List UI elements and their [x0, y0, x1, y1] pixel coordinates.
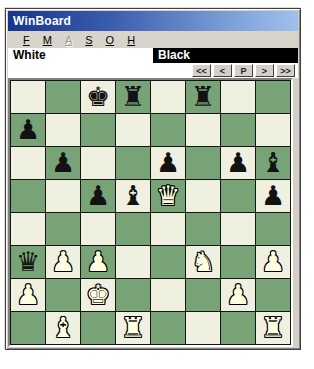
square-g2[interactable]: ♟: [221, 279, 255, 311]
square-d5[interactable]: ♝: [116, 180, 150, 212]
square-c8[interactable]: ♚: [81, 81, 115, 113]
piece-black-pawn[interactable]: ♟: [16, 116, 40, 144]
square-d3[interactable]: [116, 246, 150, 278]
square-a8[interactable]: [11, 81, 45, 113]
square-b8[interactable]: [46, 81, 80, 113]
piece-black-pawn[interactable]: ♟: [156, 149, 180, 177]
square-h1[interactable]: ♜: [256, 312, 290, 344]
nav-pause-button[interactable]: P: [234, 64, 253, 77]
square-b6[interactable]: ♟: [46, 147, 80, 179]
piece-white-pawn[interactable]: ♟: [16, 281, 40, 309]
square-h5[interactable]: ♟: [256, 180, 290, 212]
square-a1[interactable]: [11, 312, 45, 344]
square-e3[interactable]: [151, 246, 185, 278]
square-f6[interactable]: [186, 147, 220, 179]
piece-black-pawn[interactable]: ♟: [261, 182, 285, 210]
nav-rewind-button[interactable]: <<: [192, 64, 211, 77]
square-c5[interactable]: ♟: [81, 180, 115, 212]
square-d8[interactable]: ♜: [116, 81, 150, 113]
square-a5[interactable]: [11, 180, 45, 212]
square-b5[interactable]: [46, 180, 80, 212]
piece-white-pawn[interactable]: ♟: [261, 248, 285, 276]
square-e1[interactable]: [151, 312, 185, 344]
piece-black-rook[interactable]: ♜: [121, 83, 145, 111]
piece-white-rook[interactable]: ♜: [121, 314, 145, 342]
square-e4[interactable]: [151, 213, 185, 245]
white-player-label: White: [8, 48, 153, 63]
menu-item-file[interactable]: F: [23, 34, 30, 46]
square-a3[interactable]: ♛: [11, 246, 45, 278]
square-a2[interactable]: ♟: [11, 279, 45, 311]
square-d2[interactable]: [116, 279, 150, 311]
square-e7[interactable]: [151, 114, 185, 146]
square-g3[interactable]: [221, 246, 255, 278]
menu-item-options[interactable]: O: [106, 34, 115, 46]
square-g4[interactable]: [221, 213, 255, 245]
winboard-window: WinBoard F M A S O H White Black << < P …: [5, 8, 301, 350]
window-title: WinBoard: [13, 14, 71, 28]
title-bar[interactable]: WinBoard: [8, 11, 298, 31]
square-e5[interactable]: ♛: [151, 180, 185, 212]
piece-white-pawn[interactable]: ♟: [86, 248, 110, 276]
square-d7[interactable]: [116, 114, 150, 146]
nav-strip: << < P > >>: [8, 63, 298, 78]
piece-black-pawn[interactable]: ♟: [226, 149, 250, 177]
piece-black-pawn[interactable]: ♟: [51, 149, 75, 177]
square-c7[interactable]: [81, 114, 115, 146]
square-g6[interactable]: ♟: [221, 147, 255, 179]
square-d1[interactable]: ♜: [116, 312, 150, 344]
square-h7[interactable]: [256, 114, 290, 146]
square-e2[interactable]: [151, 279, 185, 311]
menu-bar: F M A S O H: [8, 31, 298, 48]
piece-white-pawn[interactable]: ♟: [51, 248, 75, 276]
square-f3[interactable]: ♞: [186, 246, 220, 278]
piece-black-queen[interactable]: ♛: [16, 248, 40, 276]
square-g8[interactable]: [221, 81, 255, 113]
square-h8[interactable]: [256, 81, 290, 113]
square-f7[interactable]: [186, 114, 220, 146]
square-b3[interactable]: ♟: [46, 246, 80, 278]
square-f5[interactable]: [186, 180, 220, 212]
nav-back-button[interactable]: <: [213, 64, 232, 77]
square-a6[interactable]: [11, 147, 45, 179]
square-e6[interactable]: ♟: [151, 147, 185, 179]
piece-black-bishop[interactable]: ♝: [121, 182, 145, 210]
square-d4[interactable]: [116, 213, 150, 245]
square-g7[interactable]: [221, 114, 255, 146]
square-a7[interactable]: ♟: [11, 114, 45, 146]
square-h4[interactable]: [256, 213, 290, 245]
square-g1[interactable]: [221, 312, 255, 344]
square-c3[interactable]: ♟: [81, 246, 115, 278]
square-f1[interactable]: [186, 312, 220, 344]
piece-white-queen[interactable]: ♛: [156, 182, 180, 210]
square-c6[interactable]: [81, 147, 115, 179]
square-c1[interactable]: [81, 312, 115, 344]
piece-black-bishop[interactable]: ♝: [261, 149, 285, 177]
piece-black-rook[interactable]: ♜: [191, 83, 215, 111]
square-c2[interactable]: ♚: [81, 279, 115, 311]
nav-forward-button[interactable]: >: [255, 64, 274, 77]
square-h2[interactable]: [256, 279, 290, 311]
piece-white-knight[interactable]: ♞: [191, 248, 215, 276]
square-h3[interactable]: ♟: [256, 246, 290, 278]
black-player-label: Black: [153, 48, 298, 63]
menu-item-step[interactable]: S: [85, 34, 92, 46]
square-f4[interactable]: [186, 213, 220, 245]
square-f8[interactable]: ♜: [186, 81, 220, 113]
menu-item-help[interactable]: H: [127, 34, 135, 46]
square-g5[interactable]: [221, 180, 255, 212]
square-b7[interactable]: [46, 114, 80, 146]
piece-black-pawn[interactable]: ♟: [86, 182, 110, 210]
piece-white-rook[interactable]: ♜: [261, 314, 285, 342]
square-a4[interactable]: [11, 213, 45, 245]
piece-black-king[interactable]: ♚: [86, 83, 110, 111]
piece-white-king[interactable]: ♚: [86, 281, 110, 309]
chess-board: ♚♜♜♟♟♟♟♝♟♝♛♟♛♟♟♞♟♟♚♟♝♜♜: [10, 80, 291, 345]
square-b4[interactable]: [46, 213, 80, 245]
square-d6[interactable]: [116, 147, 150, 179]
square-b1[interactable]: ♝: [46, 312, 80, 344]
piece-white-pawn[interactable]: ♟: [226, 281, 250, 309]
player-bar: White Black: [8, 48, 298, 63]
menu-item-mode[interactable]: M: [43, 34, 52, 46]
menu-item-action[interactable]: A: [65, 34, 72, 46]
square-e8[interactable]: [151, 81, 185, 113]
piece-white-bishop[interactable]: ♝: [51, 314, 75, 342]
square-h6[interactable]: ♝: [256, 147, 290, 179]
nav-fast-forward-button[interactable]: >>: [276, 64, 295, 77]
square-f2[interactable]: [186, 279, 220, 311]
square-c4[interactable]: [81, 213, 115, 245]
board-frame: ♚♜♜♟♟♟♟♝♟♝♛♟♛♟♟♞♟♟♚♟♝♜♜: [8, 78, 293, 347]
square-b2[interactable]: [46, 279, 80, 311]
